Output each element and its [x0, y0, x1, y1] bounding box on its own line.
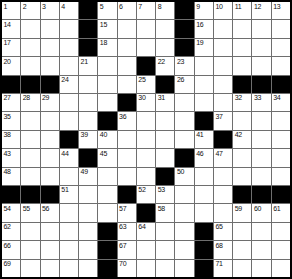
cell-r2c9[interactable] — [156, 20, 174, 37]
cell-r6c9[interactable]: 31 — [156, 94, 174, 111]
clue-number: 9 — [196, 3, 200, 11]
cell-r3c12[interactable] — [214, 39, 232, 56]
block-r1c5 — [79, 2, 97, 19]
block-r6c7 — [118, 94, 136, 111]
clue-number: 35 — [4, 113, 11, 121]
cell-r7c2[interactable] — [21, 112, 39, 129]
clue-number: 47 — [215, 150, 222, 158]
cell-r3c15[interactable] — [272, 39, 290, 56]
cell-r15c10[interactable] — [175, 260, 193, 277]
clue-number: 58 — [158, 205, 165, 213]
cell-r14c7[interactable]: 67 — [118, 241, 136, 258]
cell-r14c14[interactable] — [252, 241, 270, 258]
cell-r7c7[interactable]: 36 — [118, 112, 136, 129]
cell-r1c3[interactable]: 3 — [41, 2, 59, 19]
cell-r11c12[interactable] — [214, 186, 232, 203]
cell-r12c1[interactable]: 54 — [2, 204, 20, 221]
clue-number: 4 — [61, 3, 65, 11]
cell-r3c1[interactable]: 17 — [2, 39, 20, 56]
clue-number: 45 — [100, 150, 107, 158]
cell-r11c9[interactable]: 53 — [156, 186, 174, 203]
cell-r2c13[interactable] — [233, 20, 251, 37]
cell-r9c11[interactable]: 46 — [195, 149, 213, 166]
block-r8c12 — [214, 131, 232, 148]
cell-r8c7[interactable] — [118, 131, 136, 148]
cell-r4c1[interactable]: 20 — [2, 57, 20, 74]
cell-r5c5[interactable] — [79, 76, 97, 93]
cell-r8c1[interactable]: 38 — [2, 131, 20, 148]
cell-r3c13[interactable] — [233, 39, 251, 56]
block-r4c8 — [137, 57, 155, 74]
clue-number: 11 — [235, 3, 242, 11]
clue-number: 63 — [119, 223, 126, 231]
cell-r10c11[interactable] — [195, 168, 213, 185]
clue-number: 24 — [61, 76, 68, 84]
cell-r11c6[interactable] — [98, 186, 116, 203]
cell-r3c2[interactable] — [21, 39, 39, 56]
cell-r7c13[interactable] — [233, 112, 251, 129]
cell-r15c13[interactable] — [233, 260, 251, 277]
cell-r3c4[interactable] — [60, 39, 78, 56]
cell-r1c12[interactable]: 10 — [214, 2, 232, 19]
cell-r7c8[interactable] — [137, 112, 155, 129]
cell-r10c3[interactable] — [41, 168, 59, 185]
cell-r8c8[interactable] — [137, 131, 155, 148]
cell-r4c9[interactable]: 22 — [156, 57, 174, 74]
cell-r13c15[interactable] — [272, 223, 290, 240]
cell-r15c1[interactable]: 69 — [2, 260, 20, 277]
cell-r7c14[interactable] — [252, 112, 270, 129]
block-r7c11 — [195, 112, 213, 129]
cell-r13c9[interactable] — [156, 223, 174, 240]
cell-r9c9[interactable] — [156, 149, 174, 166]
clue-number: 42 — [235, 131, 242, 139]
cell-r2c7[interactable] — [118, 20, 136, 37]
cell-r7c10[interactable] — [175, 112, 193, 129]
clue-number: 59 — [235, 205, 242, 213]
block-r13c11 — [195, 223, 213, 240]
clue-number: 5 — [100, 3, 104, 11]
cell-r7c1[interactable]: 35 — [2, 112, 20, 129]
block-r11c15 — [272, 186, 290, 203]
cell-r14c8[interactable] — [137, 241, 155, 258]
cell-r13c8[interactable]: 64 — [137, 223, 155, 240]
cell-r9c8[interactable] — [137, 149, 155, 166]
clue-number: 31 — [158, 94, 165, 102]
clue-number: 52 — [138, 186, 145, 194]
clue-number: 27 — [4, 94, 11, 102]
cell-r6c12[interactable] — [214, 94, 232, 111]
cell-r14c12[interactable]: 68 — [214, 241, 232, 258]
cell-r14c5[interactable] — [79, 241, 97, 258]
cell-r14c4[interactable] — [60, 241, 78, 258]
block-r8c4 — [60, 131, 78, 148]
cell-r10c6[interactable] — [98, 168, 116, 185]
clue-number: 17 — [4, 39, 11, 47]
cell-r13c1[interactable]: 62 — [2, 223, 20, 240]
cell-r4c12[interactable] — [214, 57, 232, 74]
clue-number: 38 — [4, 131, 11, 139]
cell-r5c4[interactable]: 24 — [60, 76, 78, 93]
clue-number: 65 — [215, 223, 222, 231]
cell-r1c8[interactable]: 7 — [137, 2, 155, 19]
clue-number: 70 — [119, 260, 126, 268]
cell-r10c15[interactable] — [272, 168, 290, 185]
clue-number: 66 — [4, 242, 11, 250]
cell-r4c7[interactable] — [118, 57, 136, 74]
clue-number: 8 — [158, 3, 162, 11]
clue-number: 1 — [4, 3, 8, 11]
cell-r5c10[interactable]: 26 — [175, 76, 193, 93]
clue-number: 36 — [119, 113, 126, 121]
cell-r7c5[interactable] — [79, 112, 97, 129]
cell-r6c3[interactable]: 29 — [41, 94, 59, 111]
block-r1c10 — [175, 2, 193, 19]
cell-r3c6[interactable]: 18 — [98, 39, 116, 56]
cell-r2c15[interactable] — [272, 20, 290, 37]
clue-number: 15 — [100, 21, 107, 29]
clue-number: 60 — [254, 205, 261, 213]
clue-number: 57 — [119, 205, 126, 213]
cell-r2c4[interactable] — [60, 20, 78, 37]
cell-r1c14[interactable]: 12 — [252, 2, 270, 19]
clue-number: 26 — [177, 76, 184, 84]
clue-number: 49 — [81, 168, 88, 176]
block-r3c10 — [175, 39, 193, 56]
cell-r6c15[interactable]: 34 — [272, 94, 290, 111]
clue-number: 48 — [4, 168, 11, 176]
cell-r8c14[interactable] — [252, 131, 270, 148]
clue-number: 40 — [100, 131, 107, 139]
cell-r15c7[interactable]: 70 — [118, 260, 136, 277]
cell-r6c5[interactable] — [79, 94, 97, 111]
cell-r11c10[interactable] — [175, 186, 193, 203]
cell-r15c14[interactable] — [252, 260, 270, 277]
clue-number: 41 — [196, 131, 203, 139]
block-r2c5 — [79, 20, 97, 37]
cell-r6c1[interactable]: 27 — [2, 94, 20, 111]
crossword-grid: 1234567891011121314151617181920212223242… — [0, 0, 292, 279]
cell-r2c2[interactable] — [21, 20, 39, 37]
cell-r6c2[interactable]: 28 — [21, 94, 39, 111]
clue-number: 34 — [273, 94, 280, 102]
cell-r12c11[interactable] — [195, 204, 213, 221]
cell-r14c15[interactable] — [272, 241, 290, 258]
cell-r9c14[interactable] — [252, 149, 270, 166]
cell-r13c12[interactable]: 65 — [214, 223, 232, 240]
block-r15c6 — [98, 260, 116, 277]
block-r5c15 — [272, 76, 290, 93]
cell-r10c12[interactable] — [214, 168, 232, 185]
block-r14c6 — [98, 241, 116, 258]
block-r9c10 — [175, 149, 193, 166]
cell-r4c2[interactable] — [21, 57, 39, 74]
block-r11c1 — [2, 186, 20, 203]
block-r11c2 — [21, 186, 39, 203]
cell-r3c8[interactable] — [137, 39, 155, 56]
clue-number: 20 — [4, 58, 11, 66]
cell-r14c10[interactable] — [175, 241, 193, 258]
cell-r9c1[interactable]: 43 — [2, 149, 20, 166]
cell-r14c9[interactable] — [156, 241, 174, 258]
cell-r2c1[interactable]: 14 — [2, 20, 20, 37]
block-r3c5 — [79, 39, 97, 56]
cell-r15c15[interactable] — [272, 260, 290, 277]
cell-r10c2[interactable] — [21, 168, 39, 185]
cell-r9c4[interactable]: 44 — [60, 149, 78, 166]
cell-r9c7[interactable] — [118, 149, 136, 166]
cell-r12c14[interactable]: 60 — [252, 204, 270, 221]
cell-r13c7[interactable]: 63 — [118, 223, 136, 240]
cell-r12c7[interactable]: 57 — [118, 204, 136, 221]
block-r13c6 — [98, 223, 116, 240]
cell-r12c13[interactable]: 59 — [233, 204, 251, 221]
cell-r1c6[interactable]: 5 — [98, 2, 116, 19]
cell-r14c2[interactable] — [21, 241, 39, 258]
cell-r15c9[interactable] — [156, 260, 174, 277]
cell-r13c5[interactable] — [79, 223, 97, 240]
cell-r5c12[interactable] — [214, 76, 232, 93]
cell-r13c2[interactable] — [21, 223, 39, 240]
cell-r7c4[interactable] — [60, 112, 78, 129]
cell-r12c3[interactable]: 56 — [41, 204, 59, 221]
cell-r10c7[interactable] — [118, 168, 136, 185]
cell-r1c1[interactable]: 1 — [2, 2, 20, 19]
cell-r8c9[interactable] — [156, 131, 174, 148]
cell-r12c2[interactable]: 55 — [21, 204, 39, 221]
block-r5c9 — [156, 76, 174, 93]
clue-number: 37 — [215, 113, 222, 121]
cell-r4c14[interactable] — [252, 57, 270, 74]
cell-r15c5[interactable] — [79, 260, 97, 277]
cell-r5c6[interactable] — [98, 76, 116, 93]
cell-r6c8[interactable]: 30 — [137, 94, 155, 111]
clue-number: 56 — [42, 205, 49, 213]
cell-r12c9[interactable]: 58 — [156, 204, 174, 221]
cell-r2c11[interactable]: 16 — [195, 20, 213, 37]
clue-number: 19 — [196, 39, 203, 47]
cell-r10c1[interactable]: 48 — [2, 168, 20, 185]
block-r7c6 — [98, 112, 116, 129]
cell-r10c13[interactable] — [233, 168, 251, 185]
cell-r12c10[interactable] — [175, 204, 193, 221]
cell-r3c9[interactable] — [156, 39, 174, 56]
cell-r15c3[interactable] — [41, 260, 59, 277]
clue-number: 10 — [215, 3, 222, 11]
cell-r15c4[interactable] — [60, 260, 78, 277]
clue-number: 12 — [254, 3, 261, 11]
cell-r9c2[interactable] — [21, 149, 39, 166]
cell-r13c3[interactable] — [41, 223, 59, 240]
clue-number: 44 — [61, 150, 68, 158]
clue-number: 6 — [119, 3, 123, 11]
clue-number: 32 — [235, 94, 242, 102]
block-r5c13 — [233, 76, 251, 93]
cell-r7c15[interactable] — [272, 112, 290, 129]
cell-r2c8[interactable] — [137, 20, 155, 37]
cell-r1c11[interactable]: 9 — [195, 2, 213, 19]
clue-number: 28 — [23, 94, 30, 102]
cell-r8c10[interactable] — [175, 131, 193, 148]
clue-number: 16 — [196, 21, 203, 29]
clue-number: 7 — [138, 3, 142, 11]
cell-r8c15[interactable] — [272, 131, 290, 148]
cell-r13c10[interactable] — [175, 223, 193, 240]
cell-r10c10[interactable]: 50 — [175, 168, 193, 185]
clue-number: 53 — [158, 186, 165, 194]
cell-r13c13[interactable] — [233, 223, 251, 240]
cell-r11c11[interactable] — [195, 186, 213, 203]
clue-number: 39 — [81, 131, 88, 139]
cell-r6c14[interactable]: 33 — [252, 94, 270, 111]
cell-r3c3[interactable] — [41, 39, 59, 56]
clue-number: 29 — [42, 94, 49, 102]
cell-r14c3[interactable] — [41, 241, 59, 258]
cell-r9c12[interactable]: 47 — [214, 149, 232, 166]
clue-number: 67 — [119, 242, 126, 250]
clue-number: 71 — [215, 260, 222, 268]
cell-r7c9[interactable] — [156, 112, 174, 129]
clue-number: 46 — [196, 150, 203, 158]
cell-r5c11[interactable] — [195, 76, 213, 93]
clue-number: 43 — [4, 150, 11, 158]
cell-r12c6[interactable] — [98, 204, 116, 221]
cell-r15c12[interactable]: 71 — [214, 260, 232, 277]
clue-number: 25 — [138, 76, 145, 84]
cell-r2c3[interactable] — [41, 20, 59, 37]
block-r5c14 — [252, 76, 270, 93]
cell-r6c10[interactable] — [175, 94, 193, 111]
clue-number: 2 — [23, 3, 27, 11]
cell-r1c7[interactable]: 6 — [118, 2, 136, 19]
cell-r9c15[interactable] — [272, 149, 290, 166]
cell-r5c7[interactable] — [118, 76, 136, 93]
cell-r4c4[interactable] — [60, 57, 78, 74]
cell-r6c6[interactable] — [98, 94, 116, 111]
cell-r4c11[interactable] — [195, 57, 213, 74]
block-r15c11 — [195, 260, 213, 277]
block-r5c3 — [41, 76, 59, 93]
block-r11c13 — [233, 186, 251, 203]
clue-number: 33 — [254, 94, 261, 102]
block-r5c1 — [2, 76, 20, 93]
cell-r1c9[interactable]: 8 — [156, 2, 174, 19]
cell-r8c5[interactable]: 39 — [79, 131, 97, 148]
cell-r8c13[interactable]: 42 — [233, 131, 251, 148]
clue-number: 68 — [215, 242, 222, 250]
cell-r4c13[interactable] — [233, 57, 251, 74]
cell-r11c5[interactable] — [79, 186, 97, 203]
cell-r12c5[interactable] — [79, 204, 97, 221]
cell-r7c12[interactable]: 37 — [214, 112, 232, 129]
cell-r11c8[interactable]: 52 — [137, 186, 155, 203]
cell-r10c5[interactable]: 49 — [79, 168, 97, 185]
cell-r9c6[interactable]: 45 — [98, 149, 116, 166]
cell-r3c14[interactable] — [252, 39, 270, 56]
cell-r5c8[interactable]: 25 — [137, 76, 155, 93]
cell-r12c12[interactable] — [214, 204, 232, 221]
clue-number: 21 — [81, 58, 88, 66]
block-r14c11 — [195, 241, 213, 258]
cell-r1c15[interactable]: 13 — [272, 2, 290, 19]
clue-number: 64 — [138, 223, 145, 231]
cell-r3c7[interactable] — [118, 39, 136, 56]
block-r12c8 — [137, 204, 155, 221]
cell-r15c2[interactable] — [21, 260, 39, 277]
cell-r12c4[interactable] — [60, 204, 78, 221]
cell-r8c3[interactable] — [41, 131, 59, 148]
block-r5c2 — [21, 76, 39, 93]
cell-r1c13[interactable]: 11 — [233, 2, 251, 19]
cell-r10c4[interactable] — [60, 168, 78, 185]
cell-r15c8[interactable] — [137, 260, 155, 277]
block-r10c9 — [156, 168, 174, 185]
cell-r14c1[interactable]: 66 — [2, 241, 20, 258]
clue-number: 51 — [61, 186, 68, 194]
clue-number: 23 — [177, 58, 184, 66]
cell-r13c14[interactable] — [252, 223, 270, 240]
clue-number: 55 — [23, 205, 30, 213]
cell-r13c4[interactable] — [60, 223, 78, 240]
clue-number: 30 — [138, 94, 145, 102]
cell-r4c6[interactable] — [98, 57, 116, 74]
clue-number: 62 — [4, 223, 11, 231]
cell-r12c15[interactable]: 61 — [272, 204, 290, 221]
cell-r8c2[interactable] — [21, 131, 39, 148]
block-r11c3 — [41, 186, 59, 203]
clue-number: 22 — [158, 58, 165, 66]
cell-r6c11[interactable] — [195, 94, 213, 111]
cell-r14c13[interactable] — [233, 241, 251, 258]
cell-r7c3[interactable] — [41, 112, 59, 129]
clue-number: 14 — [4, 21, 11, 29]
cell-r10c8[interactable] — [137, 168, 155, 185]
clue-number: 3 — [42, 3, 46, 11]
cell-r6c4[interactable] — [60, 94, 78, 111]
cell-r6c13[interactable]: 32 — [233, 94, 251, 111]
clue-number: 61 — [273, 205, 280, 213]
clue-number: 69 — [4, 260, 11, 268]
cell-r3c11[interactable]: 19 — [195, 39, 213, 56]
cell-r11c4[interactable]: 51 — [60, 186, 78, 203]
clue-number: 13 — [273, 3, 280, 11]
cell-r8c6[interactable]: 40 — [98, 131, 116, 148]
cell-r9c3[interactable] — [41, 149, 59, 166]
block-r9c5 — [79, 149, 97, 166]
block-r2c10 — [175, 20, 193, 37]
block-r11c7 — [118, 186, 136, 203]
cell-r10c14[interactable] — [252, 168, 270, 185]
cell-r2c14[interactable] — [252, 20, 270, 37]
cell-r4c15[interactable] — [272, 57, 290, 74]
cell-r8c11[interactable]: 41 — [195, 131, 213, 148]
clue-number: 50 — [177, 168, 184, 176]
block-r11c14 — [252, 186, 270, 203]
cell-r2c6[interactable]: 15 — [98, 20, 116, 37]
cell-r1c2[interactable]: 2 — [21, 2, 39, 19]
cell-r4c10[interactable]: 23 — [175, 57, 193, 74]
clue-number: 54 — [4, 205, 11, 213]
cell-r4c3[interactable] — [41, 57, 59, 74]
cell-r1c4[interactable]: 4 — [60, 2, 78, 19]
cell-r2c12[interactable] — [214, 20, 232, 37]
clue-number: 18 — [100, 39, 107, 47]
cell-r9c13[interactable] — [233, 149, 251, 166]
cell-r4c5[interactable]: 21 — [79, 57, 97, 74]
